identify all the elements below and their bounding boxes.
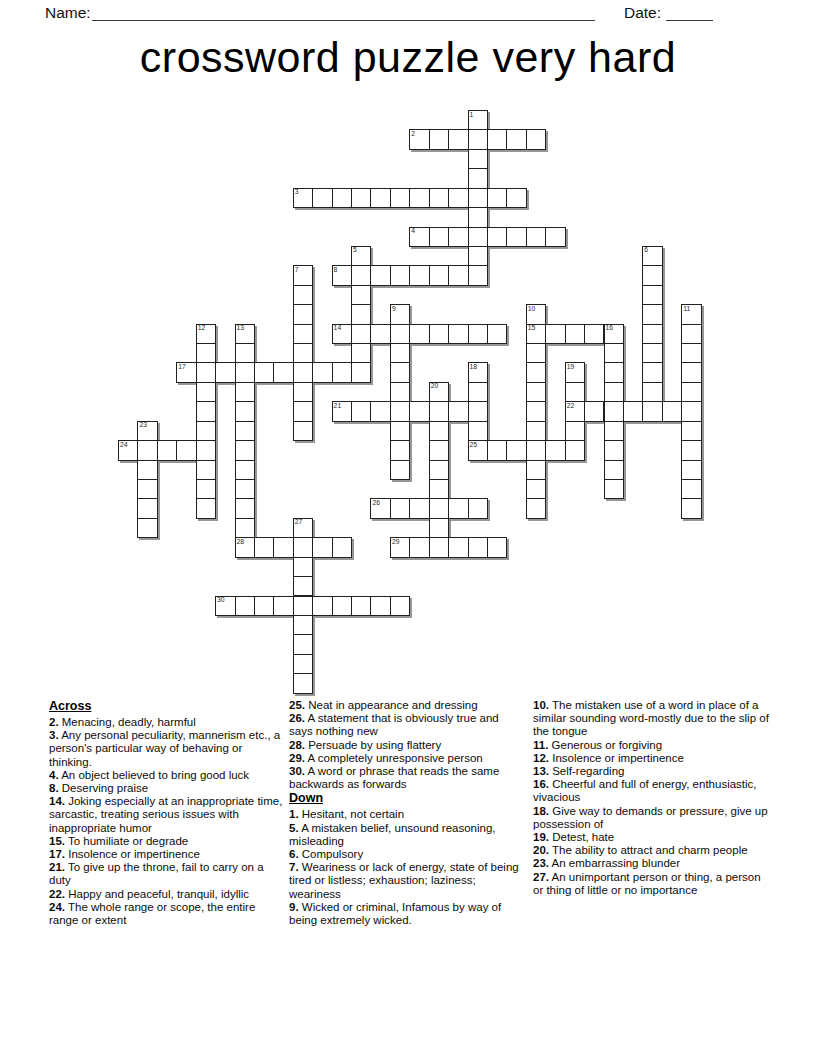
grid-cell[interactable] <box>235 518 255 538</box>
grid-cell[interactable] <box>642 265 662 285</box>
grid-cell[interactable] <box>429 324 449 344</box>
grid-cell[interactable] <box>584 324 604 344</box>
grid-cell[interactable] <box>545 227 565 247</box>
grid-cell[interactable] <box>526 479 546 499</box>
grid-cell[interactable] <box>196 440 216 460</box>
clue-number: 2. <box>49 716 59 728</box>
grid-cell[interactable] <box>429 460 449 480</box>
grid-cell[interactable] <box>409 265 429 285</box>
clue-item-across-28: 28. Persuade by using flattery <box>289 739 525 752</box>
grid-cell[interactable] <box>604 343 624 363</box>
clue-number: 27. <box>533 871 549 883</box>
down-clue-list-cont: 10. The mistaken use of a word in place … <box>533 699 771 897</box>
cell-number: 26 <box>372 499 380 507</box>
clue-item-down-5: 5. A mistaken belief, unsound reasoning,… <box>289 822 525 848</box>
grid-cell[interactable] <box>137 498 157 518</box>
grid-cell[interactable] <box>293 576 313 596</box>
grid-cell[interactable]: 15 <box>526 324 546 344</box>
grid-cell[interactable] <box>370 401 390 421</box>
grid-cell[interactable] <box>526 382 546 402</box>
grid-cell[interactable] <box>429 537 449 557</box>
grid-cell[interactable] <box>351 343 371 363</box>
grid-cell[interactable] <box>526 401 546 421</box>
grid-cell[interactable] <box>312 188 332 208</box>
grid-cell[interactable] <box>273 362 293 382</box>
grid-cell[interactable] <box>642 304 662 324</box>
grid-cell[interactable] <box>137 518 157 538</box>
grid-cell[interactable] <box>293 324 313 344</box>
grid-cell[interactable] <box>681 401 701 421</box>
grid-cell[interactable] <box>293 285 313 305</box>
grid-cell[interactable] <box>448 498 468 518</box>
clue-item-across-14: 14. Joking especially at an inappropriat… <box>49 795 287 835</box>
grid-cell[interactable] <box>681 362 701 382</box>
grid-cell[interactable] <box>312 362 332 382</box>
grid-cell[interactable] <box>137 460 157 480</box>
grid-cell[interactable] <box>370 188 390 208</box>
clue-number: 22. <box>49 888 65 900</box>
grid-cell[interactable]: 19 <box>565 362 585 382</box>
grid-cell[interactable] <box>390 362 410 382</box>
cell-number: 29 <box>392 538 400 546</box>
grid-cell[interactable] <box>254 537 274 557</box>
cell-number: 25 <box>470 441 478 449</box>
clue-item-across-24: 24. The whole range or scope, the entire… <box>49 901 287 927</box>
grid-cell[interactable] <box>390 382 410 402</box>
grid-cell[interactable] <box>293 673 313 693</box>
grid-cell[interactable] <box>429 421 449 441</box>
grid-cell[interactable]: 21 <box>332 401 352 421</box>
grid-cell[interactable] <box>681 440 701 460</box>
grid-cell[interactable]: 10 <box>526 304 546 324</box>
grid-cell[interactable] <box>526 343 546 363</box>
clue-number: 28. <box>289 739 305 751</box>
cell-number: 28 <box>237 538 245 546</box>
grid-cell[interactable] <box>468 227 488 247</box>
grid-cell[interactable] <box>390 401 410 421</box>
clue-item-down-19: 19. Detest, hate <box>533 831 771 844</box>
grid-cell[interactable] <box>681 324 701 344</box>
grid-cell[interactable] <box>526 129 546 149</box>
grid-cell[interactable]: 25 <box>468 440 488 460</box>
grid-cell[interactable]: 16 <box>604 324 624 344</box>
grid-cell[interactable] <box>565 382 585 402</box>
grid-cell[interactable] <box>273 596 293 616</box>
grid-cell[interactable] <box>526 498 546 518</box>
grid-cell[interactable] <box>235 382 255 402</box>
grid-cell[interactable] <box>545 440 565 460</box>
clue-number: 16. <box>533 778 549 790</box>
grid-cell[interactable] <box>604 440 624 460</box>
grid-cell[interactable] <box>409 188 429 208</box>
grid-cell[interactable] <box>390 324 410 344</box>
cell-number: 14 <box>334 324 342 332</box>
clue-item-down-1: 1. Hesitant, not certain <box>289 808 525 821</box>
grid-cell[interactable] <box>370 596 390 616</box>
grid-cell[interactable] <box>293 343 313 363</box>
grid-cell[interactable]: 1 <box>468 110 488 130</box>
grid-cell[interactable] <box>312 537 332 557</box>
clue-number: 10. <box>533 699 549 711</box>
grid-cell[interactable] <box>429 227 449 247</box>
clue-item-down-27: 27. An unimportant person or thing, a pe… <box>533 871 771 897</box>
grid-cell[interactable] <box>448 324 468 344</box>
grid-cell[interactable] <box>293 362 313 382</box>
grid-cell[interactable]: 30 <box>215 596 235 616</box>
grid-cell[interactable] <box>681 479 701 499</box>
grid-cell[interactable] <box>468 207 488 227</box>
grid-cell[interactable] <box>448 401 468 421</box>
clue-item-down-16: 16. Cheerful and full of energy, enthusi… <box>533 778 771 804</box>
grid-cell[interactable] <box>429 440 449 460</box>
clue-item-across-2: 2. Menacing, deadly, harmful <box>49 716 287 729</box>
grid-cell[interactable] <box>642 324 662 344</box>
grid-cell[interactable]: 13 <box>235 324 255 344</box>
grid-cell[interactable] <box>390 498 410 518</box>
grid-cell[interactable] <box>293 615 313 635</box>
across-clue-list: 2. Menacing, deadly, harmful3. Any perso… <box>49 716 287 927</box>
clue-number: 11. <box>533 739 548 751</box>
grid-cell[interactable] <box>468 498 488 518</box>
clue-item-across-8: 8. Deserving praise <box>49 782 287 795</box>
clue-item-across-30: 30. A word or phrase that reads the same… <box>289 765 525 791</box>
grid-cell[interactable] <box>506 227 526 247</box>
grid-cell[interactable] <box>293 537 313 557</box>
cell-number: 1 <box>470 111 474 119</box>
clue-item-down-13: 13. Self-regarding <box>533 765 771 778</box>
grid-cell[interactable] <box>429 518 449 538</box>
grid-cell[interactable] <box>487 188 507 208</box>
grid-cell[interactable] <box>681 421 701 441</box>
cell-number: 20 <box>431 382 439 390</box>
clue-number: 20. <box>533 844 549 856</box>
cell-number: 4 <box>411 227 415 235</box>
grid-cell[interactable] <box>468 401 488 421</box>
cell-number: 9 <box>392 305 396 313</box>
grid-cell[interactable]: 22 <box>565 401 585 421</box>
grid-cell[interactable] <box>390 596 410 616</box>
cell-number: 23 <box>139 421 147 429</box>
grid-cell[interactable] <box>157 440 177 460</box>
clue-item-down-10: 10. The mistaken use of a word in place … <box>533 699 771 739</box>
grid-cell[interactable] <box>215 362 235 382</box>
clue-item-down-12: 12. Insolence or impertinence <box>533 752 771 765</box>
grid-cell[interactable]: 8 <box>332 265 352 285</box>
grid-cell[interactable] <box>429 188 449 208</box>
grid-cell[interactable] <box>409 537 429 557</box>
grid-cell[interactable] <box>429 479 449 499</box>
cell-number: 10 <box>528 305 536 313</box>
clue-item-down-6: 6. Compulsory <box>289 848 525 861</box>
grid-cell[interactable] <box>642 382 662 402</box>
grid-cell[interactable] <box>293 596 313 616</box>
grid-cell[interactable] <box>196 343 216 363</box>
cell-number: 19 <box>567 363 575 371</box>
grid-cell[interactable] <box>196 479 216 499</box>
grid-cell[interactable]: 26 <box>370 498 390 518</box>
clue-item-across-29: 29. A completely unresponsive person <box>289 752 525 765</box>
grid-cell[interactable] <box>332 188 352 208</box>
page-title: crossword puzzle very hard <box>0 33 816 82</box>
grid-cell[interactable] <box>196 382 216 402</box>
clue-item-down-20: 20. The ability to attract and charm peo… <box>533 844 771 857</box>
cell-number: 18 <box>470 363 478 371</box>
grid-cell[interactable] <box>506 129 526 149</box>
grid-cell[interactable] <box>409 401 429 421</box>
grid-cell[interactable] <box>390 421 410 441</box>
grid-cell[interactable] <box>390 188 410 208</box>
grid-cell[interactable]: 17 <box>176 362 196 382</box>
grid-cell[interactable] <box>293 557 313 577</box>
grid-cell[interactable] <box>273 537 293 557</box>
cell-number: 12 <box>198 324 206 332</box>
grid-cell[interactable] <box>526 421 546 441</box>
grid-cell[interactable] <box>351 188 371 208</box>
clue-item-across-15: 15. To humiliate or degrade <box>49 835 287 848</box>
grid-cell[interactable] <box>468 382 488 402</box>
grid-cell[interactable] <box>526 227 546 247</box>
grid-cell[interactable] <box>254 596 274 616</box>
grid-cell[interactable]: 11 <box>681 304 701 324</box>
grid-cell[interactable] <box>137 479 157 499</box>
grid-cell[interactable] <box>487 324 507 344</box>
clue-item-down-18: 18. Give way to demands or pressure, giv… <box>533 805 771 831</box>
grid-cell[interactable]: 29 <box>390 537 410 557</box>
grid-cell[interactable] <box>604 362 624 382</box>
cell-number: 15 <box>528 324 536 332</box>
cell-number: 16 <box>606 324 614 332</box>
grid-cell[interactable] <box>623 401 643 421</box>
grid-cell[interactable] <box>526 440 546 460</box>
grid-cell[interactable] <box>448 265 468 285</box>
grid-cell[interactable] <box>468 129 488 149</box>
grid-cell[interactable] <box>604 421 624 441</box>
grid-cell[interactable] <box>526 362 546 382</box>
grid-cell[interactable] <box>370 265 390 285</box>
grid-cell[interactable] <box>448 129 468 149</box>
grid-cell[interactable] <box>468 421 488 441</box>
grid-cell[interactable] <box>642 343 662 363</box>
grid-cell[interactable] <box>351 285 371 305</box>
clue-item-across-17: 17. Insolence or impertinence <box>49 848 287 861</box>
grid-cell[interactable] <box>351 596 371 616</box>
name-blank-line <box>92 20 595 21</box>
grid-cell[interactable]: 28 <box>235 537 255 557</box>
grid-cell[interactable] <box>196 362 216 382</box>
grid-cell[interactable] <box>487 537 507 557</box>
grid-cell[interactable] <box>390 440 410 460</box>
crossword-grid: 1234567891011121314151617181920212223242… <box>118 110 702 694</box>
grid-cell[interactable] <box>370 324 390 344</box>
grid-cell[interactable]: 5 <box>351 246 371 266</box>
cell-number: 30 <box>217 596 225 604</box>
name-label: Name: <box>45 4 91 22</box>
grid-cell[interactable] <box>468 324 488 344</box>
grid-cell[interactable] <box>196 460 216 480</box>
grid-cell[interactable]: 2 <box>409 129 429 149</box>
grid-cell[interactable] <box>662 401 682 421</box>
clue-number: 1. <box>289 808 299 820</box>
grid-cell[interactable]: 3 <box>293 188 313 208</box>
grid-cell[interactable]: 7 <box>293 265 313 285</box>
grid-cell[interactable] <box>468 537 488 557</box>
clue-number: 24. <box>49 901 65 913</box>
grid-cell[interactable] <box>332 362 352 382</box>
grid-cell[interactable] <box>468 246 488 266</box>
grid-cell[interactable]: 14 <box>332 324 352 344</box>
clue-number: 7. <box>289 861 299 873</box>
grid-cell[interactable] <box>506 440 526 460</box>
clue-number: 26. <box>289 712 305 724</box>
grid-cell[interactable] <box>448 188 468 208</box>
clue-number: 17. <box>49 848 65 860</box>
grid-cell[interactable] <box>506 188 526 208</box>
grid-cell[interactable] <box>642 362 662 382</box>
grid-cell[interactable]: 4 <box>409 227 429 247</box>
grid-cell[interactable] <box>409 498 429 518</box>
grid-cell[interactable] <box>235 362 255 382</box>
grid-cell[interactable] <box>429 265 449 285</box>
grid-cell[interactable] <box>642 285 662 305</box>
grid-cell[interactable] <box>351 304 371 324</box>
grid-cell[interactable] <box>681 382 701 402</box>
grid-cell[interactable] <box>487 227 507 247</box>
grid-cell[interactable]: 9 <box>390 304 410 324</box>
grid-cell[interactable] <box>448 537 468 557</box>
grid-cell[interactable] <box>468 265 488 285</box>
clue-number: 19. <box>533 831 549 843</box>
grid-cell[interactable] <box>584 401 604 421</box>
clue-item-across-22: 22. Happy and peaceful, tranquil, idylli… <box>49 888 287 901</box>
clue-number: 4. <box>49 769 59 781</box>
grid-cell[interactable] <box>681 343 701 363</box>
cell-number: 5 <box>353 246 357 254</box>
grid-cell[interactable] <box>681 498 701 518</box>
cell-number: 2 <box>411 130 415 138</box>
clue-number: 12. <box>533 752 549 764</box>
grid-cell[interactable] <box>235 343 255 363</box>
cell-number: 6 <box>644 246 648 254</box>
grid-cell[interactable] <box>332 537 352 557</box>
grid-cell[interactable] <box>196 421 216 441</box>
cell-number: 13 <box>237 324 245 332</box>
grid-cell[interactable]: 27 <box>293 518 313 538</box>
grid-cell[interactable] <box>332 596 352 616</box>
grid-cell[interactable]: 24 <box>118 440 138 460</box>
grid-cell[interactable] <box>293 382 313 402</box>
grid-cell[interactable] <box>604 401 624 421</box>
clue-number: 25. <box>289 699 305 711</box>
grid-cell[interactable] <box>351 324 371 344</box>
grid-cell[interactable] <box>235 498 255 518</box>
grid-cell[interactable] <box>409 324 429 344</box>
grid-cell[interactable] <box>604 382 624 402</box>
grid-cell[interactable] <box>176 440 196 460</box>
grid-cell[interactable] <box>293 401 313 421</box>
grid-cell[interactable] <box>351 362 371 382</box>
grid-cell[interactable] <box>565 324 585 344</box>
grid-cell[interactable] <box>642 401 662 421</box>
down-clue-list: 1. Hesitant, not certain5. A mistaken be… <box>289 808 525 927</box>
grid-cell[interactable] <box>565 440 585 460</box>
cell-number: 8 <box>334 266 338 274</box>
clue-item-down-11: 11. Generous or forgiving <box>533 739 771 752</box>
grid-cell[interactable] <box>604 479 624 499</box>
cell-number: 11 <box>683 305 690 313</box>
clue-number: 18. <box>533 805 549 817</box>
grid-cell[interactable] <box>604 460 624 480</box>
grid-cell[interactable] <box>429 129 449 149</box>
down-heading: Down <box>289 791 525 805</box>
grid-cell[interactable] <box>468 149 488 169</box>
clue-item-down-9: 9. Wicked or criminal, Infamous by way o… <box>289 901 525 927</box>
grid-cell[interactable] <box>137 440 157 460</box>
grid-cell[interactable] <box>254 362 274 382</box>
grid-cell[interactable] <box>351 401 371 421</box>
clue-item-down-7: 7. Weariness or lack of energy, state of… <box>289 861 525 901</box>
grid-cell[interactable] <box>429 401 449 421</box>
cell-number: 7 <box>295 266 299 274</box>
grid-cell[interactable] <box>293 421 313 441</box>
grid-cell[interactable] <box>390 265 410 285</box>
clue-column-1: Across 2. Menacing, deadly, harmful3. An… <box>49 699 287 927</box>
cell-number: 21 <box>334 402 342 410</box>
grid-cell[interactable] <box>312 596 332 616</box>
grid-cell[interactable] <box>293 654 313 674</box>
grid-cell[interactable] <box>545 324 565 344</box>
grid-cell[interactable] <box>565 421 585 441</box>
clue-number: 9. <box>289 901 299 913</box>
clue-number: 23. <box>533 857 549 869</box>
grid-cell[interactable] <box>390 343 410 363</box>
cell-number: 24 <box>120 441 128 449</box>
grid-cell[interactable] <box>235 596 255 616</box>
grid-cell[interactable] <box>429 498 449 518</box>
grid-cell[interactable] <box>526 460 546 480</box>
clue-number: 30. <box>289 765 305 777</box>
grid-cell[interactable] <box>196 401 216 421</box>
grid-cell[interactable] <box>235 479 255 499</box>
grid-cell[interactable] <box>196 498 216 518</box>
clue-number: 15. <box>49 835 65 847</box>
grid-cell[interactable] <box>351 265 371 285</box>
clue-number: 8. <box>49 782 59 794</box>
grid-cell[interactable]: 12 <box>196 324 216 344</box>
grid-cell[interactable] <box>235 401 255 421</box>
grid-cell[interactable] <box>468 188 488 208</box>
grid-cell[interactable] <box>448 227 468 247</box>
grid-cell[interactable] <box>487 129 507 149</box>
grid-cell[interactable]: 20 <box>429 382 449 402</box>
clue-number: 14. <box>49 795 65 807</box>
grid-cell[interactable] <box>390 460 410 480</box>
grid-cell[interactable] <box>235 440 255 460</box>
cell-number: 17 <box>178 363 186 371</box>
grid-cell[interactable] <box>487 440 507 460</box>
across-heading: Across <box>49 699 287 713</box>
grid-cell[interactable] <box>235 460 255 480</box>
grid-cell[interactable] <box>468 168 488 188</box>
grid-cell[interactable]: 23 <box>137 421 157 441</box>
grid-cell[interactable] <box>681 460 701 480</box>
grid-cell[interactable]: 6 <box>642 246 662 266</box>
grid-cell[interactable] <box>235 421 255 441</box>
cell-number: 3 <box>295 188 299 196</box>
grid-cell[interactable]: 18 <box>468 362 488 382</box>
grid-cell[interactable] <box>293 634 313 654</box>
grid-cell[interactable] <box>293 304 313 324</box>
clue-item-across-3: 3. Any personal peculiarity, mannerism e… <box>49 729 287 769</box>
